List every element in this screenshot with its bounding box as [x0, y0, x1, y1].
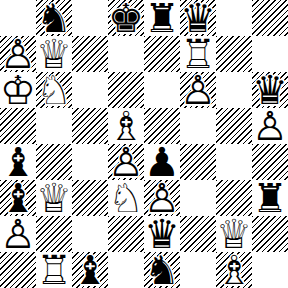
square-e8[interactable]: ♜♜ — [144, 0, 180, 36]
piece-glyph: ♙ — [252, 108, 288, 144]
chess-board: ♞♞♚♚♜♜♛♛♟♙♛♕♜♖♚♔♞♘♟♙♛♛♝♗♟♙♝♝♟♙♟♟♝♝♛♕♞♘♟♙… — [0, 0, 288, 288]
white-knight-d3[interactable]: ♞♘ — [108, 180, 144, 216]
square-d7[interactable] — [108, 36, 144, 72]
white-queen-b3[interactable]: ♛♕ — [36, 180, 72, 216]
square-c8[interactable] — [72, 0, 108, 36]
square-h3[interactable]: ♜♜ — [252, 180, 288, 216]
piece-glyph: ♕ — [36, 180, 72, 216]
white-rook-b1[interactable]: ♜♖ — [36, 252, 72, 288]
white-bishop-g1[interactable]: ♝♗ — [216, 252, 252, 288]
square-g5[interactable] — [216, 108, 252, 144]
square-a6[interactable]: ♚♔ — [0, 72, 36, 108]
square-d1[interactable] — [108, 252, 144, 288]
square-e7[interactable] — [144, 36, 180, 72]
square-b6[interactable]: ♞♘ — [36, 72, 72, 108]
square-f2[interactable] — [180, 216, 216, 252]
square-c6[interactable] — [72, 72, 108, 108]
black-rook-e8[interactable]: ♜♜ — [144, 0, 180, 36]
square-e6[interactable] — [144, 72, 180, 108]
piece-glyph: ♘ — [108, 180, 144, 216]
square-c3[interactable] — [72, 180, 108, 216]
square-h8[interactable] — [252, 0, 288, 36]
square-h1[interactable] — [252, 252, 288, 288]
piece-glyph: ♖ — [36, 252, 72, 288]
square-h2[interactable] — [252, 216, 288, 252]
piece-glyph: ♘ — [36, 72, 72, 108]
white-pawn-a2[interactable]: ♟♙ — [0, 216, 36, 252]
square-d2[interactable] — [108, 216, 144, 252]
square-c5[interactable] — [72, 108, 108, 144]
chessboard-container: ♞♞♚♚♜♜♛♛♟♙♛♕♜♖♚♔♞♘♟♙♛♛♝♗♟♙♝♝♟♙♟♟♝♝♛♕♞♘♟♙… — [0, 0, 288, 288]
square-a2[interactable]: ♟♙ — [0, 216, 36, 252]
black-knight-e1[interactable]: ♞♞ — [144, 252, 180, 288]
square-b3[interactable]: ♛♕ — [36, 180, 72, 216]
square-a1[interactable] — [0, 252, 36, 288]
piece-glyph: ♚ — [108, 0, 144, 36]
square-g8[interactable] — [216, 0, 252, 36]
square-g1[interactable]: ♝♗ — [216, 252, 252, 288]
square-c4[interactable] — [72, 144, 108, 180]
white-pawn-h5[interactable]: ♟♙ — [252, 108, 288, 144]
piece-glyph: ♔ — [0, 72, 36, 108]
white-king-a6[interactable]: ♚♔ — [0, 72, 36, 108]
square-b1[interactable]: ♜♖ — [36, 252, 72, 288]
square-h5[interactable]: ♟♙ — [252, 108, 288, 144]
square-g6[interactable] — [216, 72, 252, 108]
square-f4[interactable] — [180, 144, 216, 180]
piece-glyph: ♙ — [0, 216, 36, 252]
square-f5[interactable] — [180, 108, 216, 144]
square-g4[interactable] — [216, 144, 252, 180]
square-d3[interactable]: ♞♘ — [108, 180, 144, 216]
piece-glyph: ♙ — [180, 72, 216, 108]
white-pawn-f6[interactable]: ♟♙ — [180, 72, 216, 108]
piece-glyph: ♝ — [72, 252, 108, 288]
square-b5[interactable] — [36, 108, 72, 144]
black-rook-h3[interactable]: ♜♜ — [252, 180, 288, 216]
square-g7[interactable] — [216, 36, 252, 72]
piece-glyph: ♞ — [144, 252, 180, 288]
square-f1[interactable] — [180, 252, 216, 288]
square-e1[interactable]: ♞♞ — [144, 252, 180, 288]
square-c7[interactable] — [72, 36, 108, 72]
square-f6[interactable]: ♟♙ — [180, 72, 216, 108]
square-c1[interactable]: ♝♝ — [72, 252, 108, 288]
piece-glyph: ♗ — [216, 252, 252, 288]
black-king-d8[interactable]: ♚♚ — [108, 0, 144, 36]
white-knight-b6[interactable]: ♞♘ — [36, 72, 72, 108]
piece-glyph: ♜ — [144, 0, 180, 36]
square-d8[interactable]: ♚♚ — [108, 0, 144, 36]
piece-glyph: ♜ — [252, 180, 288, 216]
black-bishop-c1[interactable]: ♝♝ — [72, 252, 108, 288]
square-f3[interactable] — [180, 180, 216, 216]
